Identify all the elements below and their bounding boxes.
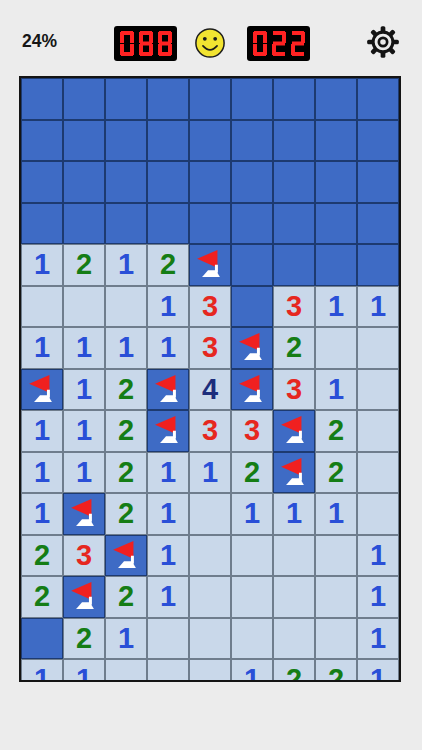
cell-r5c2[interactable]: 2 [63,244,105,286]
cell-r10c5[interactable]: 1 [189,452,231,494]
cell-r4c6[interactable] [231,203,273,245]
cell-r7c3[interactable]: 1 [105,327,147,369]
cell-r3c9[interactable] [357,161,399,203]
cell-r6c6[interactable] [231,286,273,328]
cell-r13c8[interactable] [315,576,357,618]
cell-r2c6[interactable] [231,120,273,162]
cell-r15c7[interactable]: 2 [273,659,315,682]
cell-r10c4[interactable]: 1 [147,452,189,494]
timer-counter [247,26,310,61]
cell-r11c6[interactable]: 1 [231,493,273,535]
cell-r14c8[interactable] [315,618,357,660]
settings-button[interactable] [365,24,401,60]
cell-r5c1[interactable]: 1 [21,244,63,286]
flag-icon [63,576,105,618]
cell-r12c5[interactable] [189,535,231,577]
cell-r2c9[interactable] [357,120,399,162]
cell-r1c7[interactable] [273,78,315,120]
cell-r15c1[interactable]: 1 [21,659,63,682]
cell-r15c2[interactable]: 1 [63,659,105,682]
cell-r14c9[interactable]: 1 [357,618,399,660]
cell-r3c7[interactable] [273,161,315,203]
cell-r5c7[interactable] [273,244,315,286]
cell-r5c3[interactable]: 1 [105,244,147,286]
cell-r12c4[interactable]: 1 [147,535,189,577]
mines-counter [114,26,177,61]
cell-r6c4[interactable]: 1 [147,286,189,328]
cell-r1c6[interactable] [231,78,273,120]
cell-r9c3[interactable]: 2 [105,410,147,452]
flag-icon [63,493,105,535]
cell-r4c4[interactable] [147,203,189,245]
cell-r7c8[interactable] [315,327,357,369]
cell-r11c3[interactable]: 2 [105,493,147,535]
cell-r8c2[interactable]: 1 [63,369,105,411]
progress-percent-label: 24% [22,31,57,52]
cell-r15c8[interactable]: 2 [315,659,357,682]
cell-r2c1[interactable] [21,120,63,162]
cell-r6c8[interactable]: 1 [315,286,357,328]
cell-r12c8[interactable] [315,535,357,577]
cell-r11c8[interactable]: 1 [315,493,357,535]
cell-r8c3[interactable]: 2 [105,369,147,411]
flag-icon [231,369,273,411]
cell-r13c1[interactable]: 2 [21,576,63,618]
cell-r4c5[interactable] [189,203,231,245]
flag-icon [105,535,147,577]
cell-r14c6[interactable] [231,618,273,660]
cell-r12c1[interactable]: 2 [21,535,63,577]
cell-r15c4[interactable] [147,659,189,682]
cell-r4c9[interactable] [357,203,399,245]
cell-r8c1[interactable] [21,369,63,411]
cell-r13c5[interactable] [189,576,231,618]
cell-r3c2[interactable] [63,161,105,203]
cell-r12c9[interactable]: 1 [357,535,399,577]
cell-r5c9[interactable] [357,244,399,286]
cell-r10c1[interactable]: 1 [21,452,63,494]
flag-icon [21,369,63,411]
flag-icon [147,369,189,411]
cell-r7c9[interactable] [357,327,399,369]
cell-r4c7[interactable] [273,203,315,245]
cell-r7c4[interactable]: 1 [147,327,189,369]
cell-r2c3[interactable] [105,120,147,162]
cell-r5c6[interactable] [231,244,273,286]
cell-r11c1[interactable]: 1 [21,493,63,535]
cell-r10c2[interactable]: 1 [63,452,105,494]
cell-r12c7[interactable] [273,535,315,577]
cell-r14c1[interactable] [21,618,63,660]
cell-r14c7[interactable] [273,618,315,660]
cell-r15c9[interactable]: 1 [357,659,399,682]
cell-r8c9[interactable] [357,369,399,411]
cell-r7c1[interactable]: 1 [21,327,63,369]
cell-r8c8[interactable]: 1 [315,369,357,411]
cell-r6c5[interactable]: 3 [189,286,231,328]
cell-r13c2[interactable] [63,576,105,618]
cell-r8c4[interactable] [147,369,189,411]
cell-r10c9[interactable] [357,452,399,494]
cell-r9c8[interactable]: 2 [315,410,357,452]
cell-r9c4[interactable] [147,410,189,452]
cell-r9c2[interactable]: 1 [63,410,105,452]
cell-r7c5[interactable]: 3 [189,327,231,369]
cell-r11c9[interactable] [357,493,399,535]
cell-r10c3[interactable]: 2 [105,452,147,494]
cell-r12c6[interactable] [231,535,273,577]
cell-r3c3[interactable] [105,161,147,203]
cell-r6c9[interactable]: 1 [357,286,399,328]
cell-r12c3[interactable] [105,535,147,577]
cell-r7c6[interactable] [231,327,273,369]
cell-r11c7[interactable]: 1 [273,493,315,535]
cell-r1c1[interactable] [21,78,63,120]
cell-r5c8[interactable] [315,244,357,286]
cell-r2c2[interactable] [63,120,105,162]
cell-r13c7[interactable] [273,576,315,618]
cell-r1c5[interactable] [189,78,231,120]
cell-r2c7[interactable] [273,120,315,162]
cell-r14c5[interactable] [189,618,231,660]
cell-r6c1[interactable] [21,286,63,328]
cell-r6c3[interactable] [105,286,147,328]
cell-r1c2[interactable] [63,78,105,120]
minesweeper-board: 1212133111111321243111233211211221211112… [19,76,401,682]
cell-r13c4[interactable]: 1 [147,576,189,618]
cell-r15c5[interactable] [189,659,231,682]
cell-r13c3[interactable]: 2 [105,576,147,618]
cell-r3c4[interactable] [147,161,189,203]
cell-r7c7[interactable]: 2 [273,327,315,369]
flag-icon [231,327,273,369]
cell-r11c4[interactable]: 1 [147,493,189,535]
flag-icon [189,244,231,286]
cell-r4c3[interactable] [105,203,147,245]
cell-r9c7[interactable] [273,410,315,452]
cell-r9c9[interactable] [357,410,399,452]
cell-r13c6[interactable] [231,576,273,618]
cell-r4c8[interactable] [315,203,357,245]
cell-r6c7[interactable]: 3 [273,286,315,328]
cell-r3c8[interactable] [315,161,357,203]
cell-r14c2[interactable]: 2 [63,618,105,660]
cell-r10c7[interactable] [273,452,315,494]
cell-r8c7[interactable]: 3 [273,369,315,411]
cell-r9c5[interactable]: 3 [189,410,231,452]
cell-r4c1[interactable] [21,203,63,245]
cell-r14c3[interactable]: 1 [105,618,147,660]
cell-r12c2[interactable]: 3 [63,535,105,577]
cell-r9c6[interactable]: 3 [231,410,273,452]
cell-r9c1[interactable]: 1 [21,410,63,452]
cell-r8c6[interactable] [231,369,273,411]
cell-r3c6[interactable] [231,161,273,203]
flag-icon [273,410,315,452]
cell-r6c2[interactable] [63,286,105,328]
smiley-button[interactable] [194,27,226,59]
cell-r1c4[interactable] [147,78,189,120]
cell-r3c5[interactable] [189,161,231,203]
cell-r10c6[interactable]: 2 [231,452,273,494]
cell-r14c4[interactable] [147,618,189,660]
cell-r4c2[interactable] [63,203,105,245]
cell-r3c1[interactable] [21,161,63,203]
board-grid: 1212133111111321243111233211211221211112… [21,78,399,682]
cell-r5c5[interactable] [189,244,231,286]
cell-r7c2[interactable]: 1 [63,327,105,369]
cell-r10c8[interactable]: 2 [315,452,357,494]
cell-r8c5[interactable]: 4 [189,369,231,411]
gear-icon [365,24,401,60]
cell-r2c8[interactable] [315,120,357,162]
flag-icon [273,452,315,494]
flag-icon [147,410,189,452]
cell-r5c4[interactable]: 2 [147,244,189,286]
cell-r15c3[interactable] [105,659,147,682]
cell-r1c8[interactable] [315,78,357,120]
cell-r1c9[interactable] [357,78,399,120]
cell-r11c5[interactable] [189,493,231,535]
cell-r11c2[interactable] [63,493,105,535]
cell-r2c4[interactable] [147,120,189,162]
cell-r1c3[interactable] [105,78,147,120]
cell-r15c6[interactable]: 1 [231,659,273,682]
cell-r13c9[interactable]: 1 [357,576,399,618]
smiley-face-icon [194,27,226,59]
cell-r2c5[interactable] [189,120,231,162]
